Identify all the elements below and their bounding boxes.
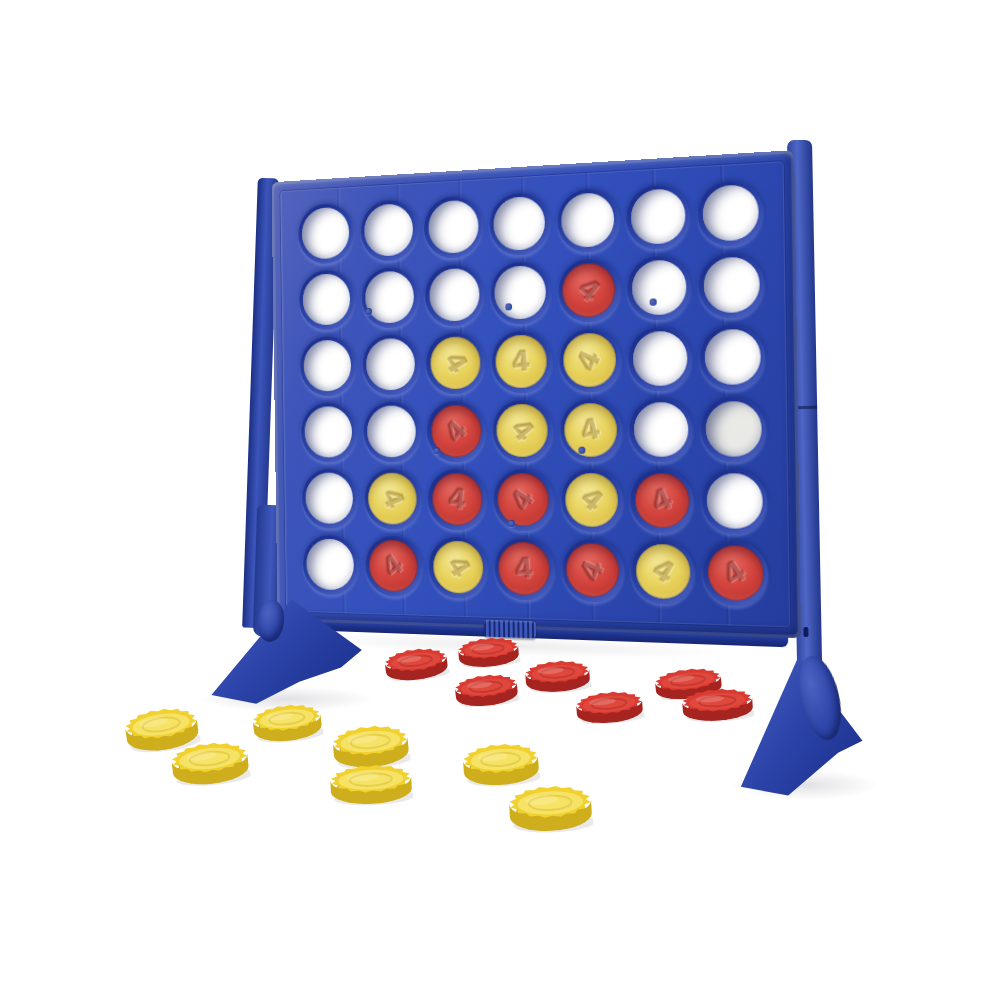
hole-ring [302, 534, 358, 595]
hole-ring [489, 191, 550, 256]
hole-ring [299, 269, 355, 330]
cell-r3c5[interactable]: 4 [555, 324, 625, 395]
red-disc: 4 [432, 473, 483, 526]
embossed-four-label: 4 [647, 483, 677, 517]
cell-r4c1[interactable] [297, 398, 360, 465]
cell-r6c2[interactable]: 4 [361, 532, 426, 600]
cell-r5c1[interactable] [298, 465, 361, 532]
embossed-four-label: 4 [575, 483, 608, 517]
mold-pin [509, 519, 516, 526]
embossed-four-label: 4 [511, 347, 532, 376]
loose-red-disc-1[interactable] [382, 644, 451, 696]
embossed-four-label: 4 [440, 415, 472, 448]
yellow-disc: 4 [430, 336, 481, 389]
red-disc: 4 [498, 473, 550, 526]
hole-ring: 4 [426, 332, 485, 394]
hole-ring: 4 [365, 535, 423, 597]
embossed-four-label: 4 [576, 555, 609, 585]
embossed-four-label: 4 [377, 485, 407, 512]
hole-ring: 4 [494, 537, 555, 600]
empty-hole [304, 340, 352, 392]
mold-pin [579, 446, 586, 453]
cell-r3c7[interactable] [695, 320, 769, 394]
hole-ring: 4 [558, 257, 620, 322]
hole-ring: 4 [561, 469, 623, 532]
red-disc: 4 [369, 540, 418, 593]
cell-r5c3[interactable]: 4 [424, 465, 490, 534]
empty-hole [705, 401, 762, 457]
cell-r1c5[interactable] [553, 183, 623, 256]
cell-r5c7[interactable] [697, 465, 771, 538]
embossed-four-label: 4 [573, 345, 606, 374]
empty-hole [634, 402, 689, 457]
embossed-four-label: 4 [439, 348, 471, 379]
hole-ring [627, 254, 691, 320]
cell-r3c1[interactable] [296, 332, 359, 400]
hole-ring [701, 469, 767, 534]
empty-hole [306, 473, 354, 524]
cell-r3c2[interactable] [358, 330, 423, 399]
hole-ring [301, 402, 357, 462]
embossed-four-label: 4 [506, 414, 539, 447]
yellow-disc: 4 [565, 473, 618, 527]
cell-r4c4[interactable]: 4 [489, 396, 557, 465]
empty-hole [303, 273, 351, 326]
empty-hole [428, 199, 479, 254]
cell-r4c7[interactable] [696, 392, 770, 465]
hole-ring: 4 [492, 399, 553, 461]
embossed-four-label: 4 [442, 552, 474, 582]
cell-r6c6[interactable]: 4 [627, 535, 699, 607]
cell-r1c6[interactable] [622, 179, 694, 254]
hole-ring [363, 401, 421, 462]
cell-r2c6[interactable] [623, 251, 695, 325]
hole-ring [361, 266, 419, 328]
yellow-disc: 4 [497, 404, 549, 457]
empty-hole [307, 539, 355, 591]
hole-ring [698, 251, 764, 318]
loose-yellow-disc-7[interactable] [507, 783, 594, 853]
cell-r2c7[interactable] [694, 247, 768, 322]
embossed-four-label: 4 [578, 414, 603, 446]
cell-r6c3[interactable]: 4 [425, 533, 491, 602]
cell-r6c5[interactable]: 4 [558, 534, 628, 605]
hole-ring [626, 183, 690, 250]
loose-yellow-disc-5[interactable] [328, 762, 414, 823]
cell-r5c2[interactable]: 4 [360, 465, 425, 533]
yellow-disc: 4 [564, 403, 617, 457]
empty-hole [704, 329, 761, 385]
cell-r2c5[interactable]: 4 [554, 254, 624, 326]
hole-ring [699, 324, 765, 390]
loose-red-disc-3[interactable] [453, 671, 521, 722]
empty-hole [366, 338, 415, 391]
hole-ring [298, 202, 354, 264]
embossed-four-label: 4 [647, 554, 678, 589]
hole-ring [557, 187, 619, 253]
yellow-disc: 4 [636, 544, 691, 600]
hole-ring: 4 [560, 398, 622, 461]
hole-ring: 4 [562, 538, 624, 602]
embossed-four-label: 4 [378, 549, 408, 582]
hole-ring [424, 195, 483, 259]
hole-ring: 4 [364, 468, 422, 529]
mold-pin [434, 447, 441, 454]
cell-r2c2[interactable] [357, 262, 422, 331]
hole-ring [300, 335, 356, 396]
empty-hole [633, 331, 688, 387]
loose-yellow-disc-2[interactable] [169, 738, 253, 806]
empty-hole [494, 196, 546, 252]
empty-hole [632, 259, 687, 315]
cell-r1c1[interactable] [294, 198, 357, 267]
hole-ring: 4 [491, 330, 552, 393]
hole-ring [425, 263, 484, 326]
cell-r5c6[interactable]: 4 [626, 465, 698, 536]
loose-yellow-disc-3[interactable] [250, 700, 325, 760]
cell-r2c3[interactable] [421, 259, 487, 329]
cell-r4c3[interactable]: 4 [423, 396, 489, 465]
yellow-disc: 4 [368, 473, 417, 525]
loose-red-disc-7[interactable] [680, 685, 755, 736]
hole-ring [697, 179, 763, 247]
empty-hole [367, 405, 416, 457]
board-panel: 444444444444444444 [271, 150, 801, 638]
embossed-four-label: 4 [514, 554, 535, 583]
empty-hole [495, 265, 547, 320]
embossed-four-label: 4 [719, 555, 752, 591]
hole-ring: 4 [702, 540, 768, 606]
cell-r6c7[interactable]: 4 [698, 536, 772, 610]
hole-ring: 4 [630, 469, 694, 533]
cell-r4c2[interactable] [359, 397, 424, 465]
cell-r3c6[interactable] [624, 322, 696, 394]
red-disc: 4 [707, 545, 764, 601]
yellow-disc: 4 [433, 541, 484, 594]
hole-ring [302, 468, 358, 528]
empty-hole [429, 268, 480, 322]
embossed-four-label: 4 [572, 273, 605, 308]
hole-ring: 4 [559, 328, 621, 392]
board-grid: 444444444444444444 [294, 175, 772, 610]
empty-hole [302, 206, 350, 259]
hole-ring: 4 [429, 536, 488, 598]
hole-ring [362, 333, 420, 395]
hole-ring [360, 198, 418, 261]
red-disc: 4 [635, 473, 690, 528]
empty-hole [631, 188, 686, 245]
hole-ring: 4 [493, 468, 554, 530]
loose-red-disc-5[interactable] [574, 688, 646, 739]
yellow-disc: 4 [496, 334, 548, 388]
cell-r4c6[interactable] [625, 393, 697, 464]
connect-four-scene: 444444444444444444 [0, 0, 1000, 1000]
red-disc: 4 [499, 542, 551, 596]
empty-hole [305, 406, 353, 457]
cell-r2c4[interactable] [487, 257, 555, 328]
hole-ring: 4 [631, 539, 695, 604]
hole-ring: 4 [428, 468, 487, 530]
cell-r2c1[interactable] [295, 265, 358, 333]
cell-r3c4[interactable]: 4 [488, 326, 556, 396]
embossed-four-label: 4 [447, 484, 468, 514]
cell-r4c5[interactable]: 4 [556, 395, 626, 465]
cell-r1c4[interactable] [486, 187, 554, 259]
cell-r1c7[interactable] [693, 175, 767, 251]
hole-ring [700, 396, 766, 461]
empty-hole [364, 203, 413, 257]
yellow-disc: 4 [563, 332, 616, 387]
embossed-four-label: 4 [507, 484, 540, 516]
cell-r6c4[interactable]: 4 [490, 534, 558, 604]
cell-r1c3[interactable] [420, 191, 486, 262]
mold-pin [365, 308, 371, 315]
hole-ring [490, 260, 551, 324]
red-disc: 4 [566, 543, 619, 598]
hole-ring [629, 397, 693, 461]
cell-r5c4[interactable]: 4 [489, 465, 557, 534]
cell-r1c2[interactable] [356, 195, 421, 265]
hole-ring [628, 326, 692, 391]
cell-r5c5[interactable]: 4 [557, 465, 627, 535]
empty-hole [702, 184, 758, 242]
empty-hole [365, 270, 414, 323]
cell-r6c1[interactable] [299, 531, 362, 599]
empty-hole [706, 473, 763, 529]
empty-hole [561, 192, 614, 248]
red-disc: 4 [562, 262, 615, 318]
board-face: 444444444444444444 [280, 161, 790, 627]
empty-hole [703, 256, 759, 313]
connect-four-board: 444444444444444444 [271, 150, 801, 638]
cell-r3c3[interactable]: 4 [422, 328, 488, 397]
